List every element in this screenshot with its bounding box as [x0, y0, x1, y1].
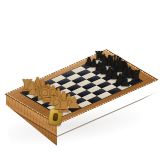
- chess-set-photo: ♜♞♝♛♚♝♞♜♟♟♟♟♟♟♟♟♟♟♟♟♟♟♟♟♜♞♝♛♚♝♞♜: [0, 0, 160, 160]
- black-pawn[interactable]: ♟: [119, 75, 131, 89]
- white-rook[interactable]: ♜: [56, 97, 73, 116]
